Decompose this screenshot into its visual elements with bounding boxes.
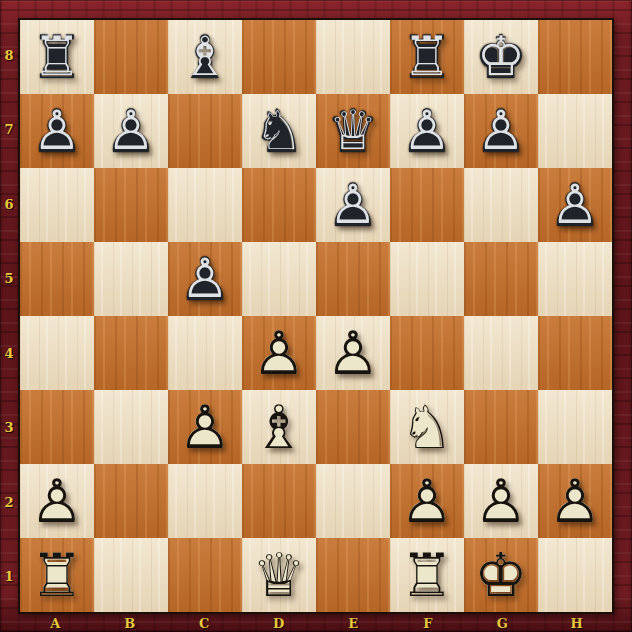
- piece-white-pawn[interactable]: ♟♙: [538, 464, 612, 538]
- square-d7[interactable]: ♞♘: [242, 94, 316, 168]
- square-c8[interactable]: ♝♗: [168, 20, 242, 94]
- rank-label: 4: [0, 316, 18, 391]
- rook-icon: ♜: [390, 538, 464, 612]
- piece-black-pawn[interactable]: ♟♙: [316, 168, 390, 242]
- square-h3[interactable]: [538, 390, 612, 464]
- square-d3[interactable]: ♝♗: [242, 390, 316, 464]
- square-h1[interactable]: [538, 538, 612, 612]
- pawn-icon: ♟: [316, 168, 390, 242]
- pawn-icon: ♟: [464, 464, 538, 538]
- square-d1[interactable]: ♛♕: [242, 538, 316, 612]
- rook-outline-icon: ♖: [20, 538, 94, 612]
- rank-labels: 87654321: [0, 18, 18, 614]
- knight-outline-icon: ♘: [242, 94, 316, 168]
- square-g8[interactable]: ♚♔: [464, 20, 538, 94]
- square-f7[interactable]: ♟♙: [390, 94, 464, 168]
- rook-outline-icon: ♖: [390, 20, 464, 94]
- file-label: H: [540, 614, 615, 632]
- square-d2[interactable]: [242, 464, 316, 538]
- file-label: D: [242, 614, 317, 632]
- piece-white-rook[interactable]: ♜♖: [390, 538, 464, 612]
- piece-black-pawn[interactable]: ♟♙: [168, 242, 242, 316]
- file-label: A: [18, 614, 93, 632]
- square-d8[interactable]: [242, 20, 316, 94]
- square-c4[interactable]: [168, 316, 242, 390]
- queen-outline-icon: ♕: [316, 94, 390, 168]
- piece-black-knight[interactable]: ♞♘: [242, 94, 316, 168]
- piece-black-king[interactable]: ♚♔: [464, 20, 538, 94]
- piece-white-pawn[interactable]: ♟♙: [168, 390, 242, 464]
- rook-outline-icon: ♖: [20, 20, 94, 94]
- square-b2[interactable]: [94, 464, 168, 538]
- piece-white-bishop[interactable]: ♝♗: [242, 390, 316, 464]
- square-c2[interactable]: [168, 464, 242, 538]
- square-h6[interactable]: ♟♙: [538, 168, 612, 242]
- file-label: E: [316, 614, 391, 632]
- pawn-icon: ♟: [20, 464, 94, 538]
- square-f2[interactable]: ♟♙: [390, 464, 464, 538]
- knight-icon: ♞: [242, 94, 316, 168]
- square-b4[interactable]: [94, 316, 168, 390]
- bishop-icon: ♝: [168, 20, 242, 94]
- piece-white-pawn[interactable]: ♟♙: [20, 464, 94, 538]
- pawn-outline-icon: ♙: [464, 464, 538, 538]
- chess-board: ♜♖♝♗♜♖♚♔♟♙♟♙♞♘♛♕♟♙♟♙♟♙♟♙♟♙♟♙♟♙♟♙♝♗♞♘♟♙♟♙…: [20, 20, 612, 612]
- square-d5[interactable]: [242, 242, 316, 316]
- pawn-icon: ♟: [464, 94, 538, 168]
- pawn-outline-icon: ♙: [538, 168, 612, 242]
- piece-white-king[interactable]: ♚♔: [464, 538, 538, 612]
- pawn-outline-icon: ♙: [316, 316, 390, 390]
- square-f4[interactable]: [390, 316, 464, 390]
- piece-black-rook[interactable]: ♜♖: [390, 20, 464, 94]
- file-label: C: [167, 614, 242, 632]
- file-labels: ABCDEFGH: [18, 614, 614, 632]
- square-e5[interactable]: [316, 242, 390, 316]
- square-b8[interactable]: [94, 20, 168, 94]
- rank-label: 2: [0, 465, 18, 540]
- square-b1[interactable]: [94, 538, 168, 612]
- square-e4[interactable]: ♟♙: [316, 316, 390, 390]
- rank-label: 3: [0, 391, 18, 466]
- pawn-outline-icon: ♙: [464, 94, 538, 168]
- square-g3[interactable]: [464, 390, 538, 464]
- king-outline-icon: ♔: [464, 538, 538, 612]
- piece-white-pawn[interactable]: ♟♙: [390, 464, 464, 538]
- rank-label: 5: [0, 242, 18, 317]
- piece-black-bishop[interactable]: ♝♗: [168, 20, 242, 94]
- queen-icon: ♛: [242, 538, 316, 612]
- knight-icon: ♞: [390, 390, 464, 464]
- pawn-icon: ♟: [538, 168, 612, 242]
- square-c1[interactable]: [168, 538, 242, 612]
- pawn-outline-icon: ♙: [538, 464, 612, 538]
- square-c6[interactable]: [168, 168, 242, 242]
- rook-icon: ♜: [20, 538, 94, 612]
- square-g1[interactable]: ♚♔: [464, 538, 538, 612]
- square-e3[interactable]: [316, 390, 390, 464]
- square-h7[interactable]: [538, 94, 612, 168]
- piece-black-pawn[interactable]: ♟♙: [538, 168, 612, 242]
- chess-board-frame: 87654321 ABCDEFGH ♜♖♝♗♜♖♚♔♟♙♟♙♞♘♛♕♟♙♟♙♟♙…: [0, 0, 632, 632]
- bishop-outline-icon: ♗: [242, 390, 316, 464]
- square-a8[interactable]: ♜♖: [20, 20, 94, 94]
- piece-white-pawn[interactable]: ♟♙: [464, 464, 538, 538]
- king-outline-icon: ♔: [464, 20, 538, 94]
- piece-white-rook[interactable]: ♜♖: [20, 538, 94, 612]
- square-g5[interactable]: [464, 242, 538, 316]
- square-a7[interactable]: ♟♙: [20, 94, 94, 168]
- rook-icon: ♜: [20, 20, 94, 94]
- king-icon: ♚: [464, 538, 538, 612]
- square-e2[interactable]: [316, 464, 390, 538]
- square-g6[interactable]: [464, 168, 538, 242]
- square-f6[interactable]: [390, 168, 464, 242]
- piece-black-pawn[interactable]: ♟♙: [390, 94, 464, 168]
- bishop-outline-icon: ♗: [168, 20, 242, 94]
- board-border: ♜♖♝♗♜♖♚♔♟♙♟♙♞♘♛♕♟♙♟♙♟♙♟♙♟♙♟♙♟♙♟♙♝♗♞♘♟♙♟♙…: [18, 18, 614, 614]
- rank-label: 7: [0, 93, 18, 168]
- pawn-icon: ♟: [168, 242, 242, 316]
- pawn-outline-icon: ♙: [20, 464, 94, 538]
- square-h8[interactable]: [538, 20, 612, 94]
- pawn-icon: ♟: [390, 94, 464, 168]
- piece-black-queen[interactable]: ♛♕: [316, 94, 390, 168]
- square-c7[interactable]: [168, 94, 242, 168]
- square-a6[interactable]: [20, 168, 94, 242]
- square-h2[interactable]: ♟♙: [538, 464, 612, 538]
- pawn-icon: ♟: [20, 94, 94, 168]
- square-c5[interactable]: ♟♙: [168, 242, 242, 316]
- pawn-outline-icon: ♙: [242, 316, 316, 390]
- square-e1[interactable]: [316, 538, 390, 612]
- queen-icon: ♛: [316, 94, 390, 168]
- pawn-icon: ♟: [242, 316, 316, 390]
- square-g7[interactable]: ♟♙: [464, 94, 538, 168]
- square-a5[interactable]: [20, 242, 94, 316]
- pawn-outline-icon: ♙: [390, 94, 464, 168]
- square-h4[interactable]: [538, 316, 612, 390]
- piece-black-pawn[interactable]: ♟♙: [20, 94, 94, 168]
- pawn-icon: ♟: [168, 390, 242, 464]
- square-f3[interactable]: ♞♘: [390, 390, 464, 464]
- pawn-icon: ♟: [94, 94, 168, 168]
- knight-outline-icon: ♘: [390, 390, 464, 464]
- square-d6[interactable]: [242, 168, 316, 242]
- rank-label: 1: [0, 540, 18, 615]
- square-b5[interactable]: [94, 242, 168, 316]
- piece-white-pawn[interactable]: ♟♙: [242, 316, 316, 390]
- square-a3[interactable]: [20, 390, 94, 464]
- file-label: F: [391, 614, 466, 632]
- square-e8[interactable]: [316, 20, 390, 94]
- piece-white-queen[interactable]: ♛♕: [242, 538, 316, 612]
- square-b3[interactable]: [94, 390, 168, 464]
- square-d4[interactable]: ♟♙: [242, 316, 316, 390]
- pawn-icon: ♟: [316, 316, 390, 390]
- piece-white-pawn[interactable]: ♟♙: [316, 316, 390, 390]
- square-f5[interactable]: [390, 242, 464, 316]
- file-label: B: [93, 614, 168, 632]
- pawn-outline-icon: ♙: [168, 242, 242, 316]
- piece-black-pawn[interactable]: ♟♙: [94, 94, 168, 168]
- piece-white-knight[interactable]: ♞♘: [390, 390, 464, 464]
- square-e7[interactable]: ♛♕: [316, 94, 390, 168]
- square-g2[interactable]: ♟♙: [464, 464, 538, 538]
- square-c3[interactable]: ♟♙: [168, 390, 242, 464]
- square-a1[interactable]: ♜♖: [20, 538, 94, 612]
- piece-black-rook[interactable]: ♜♖: [20, 20, 94, 94]
- square-f8[interactable]: ♜♖: [390, 20, 464, 94]
- square-b6[interactable]: [94, 168, 168, 242]
- rook-icon: ♜: [390, 20, 464, 94]
- piece-black-pawn[interactable]: ♟♙: [464, 94, 538, 168]
- bishop-icon: ♝: [242, 390, 316, 464]
- square-a4[interactable]: [20, 316, 94, 390]
- square-a2[interactable]: ♟♙: [20, 464, 94, 538]
- square-b7[interactable]: ♟♙: [94, 94, 168, 168]
- file-label: G: [465, 614, 540, 632]
- square-h5[interactable]: [538, 242, 612, 316]
- pawn-outline-icon: ♙: [94, 94, 168, 168]
- pawn-outline-icon: ♙: [168, 390, 242, 464]
- square-f1[interactable]: ♜♖: [390, 538, 464, 612]
- pawn-outline-icon: ♙: [390, 464, 464, 538]
- rank-label: 6: [0, 167, 18, 242]
- pawn-icon: ♟: [390, 464, 464, 538]
- pawn-icon: ♟: [538, 464, 612, 538]
- pawn-outline-icon: ♙: [316, 168, 390, 242]
- rank-label: 8: [0, 18, 18, 93]
- square-g4[interactable]: [464, 316, 538, 390]
- queen-outline-icon: ♕: [242, 538, 316, 612]
- square-e6[interactable]: ♟♙: [316, 168, 390, 242]
- king-icon: ♚: [464, 20, 538, 94]
- rook-outline-icon: ♖: [390, 538, 464, 612]
- pawn-outline-icon: ♙: [20, 94, 94, 168]
